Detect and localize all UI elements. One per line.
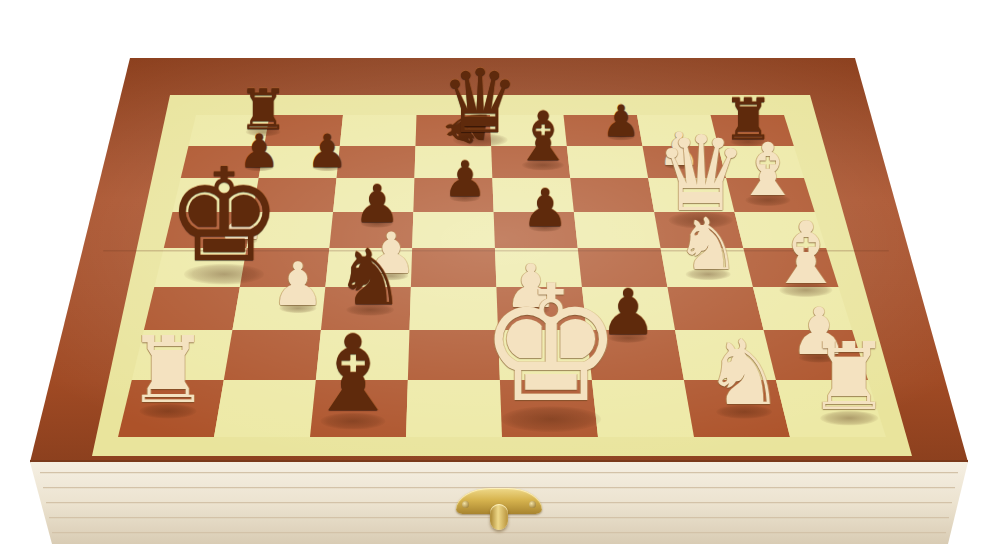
piece-dark-pawn-d6[interactable]: ♟: [443, 155, 487, 204]
side-wood-grain: [40, 472, 958, 473]
clasp-screw-right: [529, 501, 536, 508]
piece-light-rook-h1[interactable]: ♜: [807, 331, 890, 424]
piece-dark-knight-c3[interactable]: ♞: [335, 239, 404, 316]
piece-dark-pawn-f8[interactable]: ♟: [602, 100, 641, 143]
piece-dark-queen-d8[interactable]: ♛: [441, 58, 520, 146]
piece-dark-king-a4[interactable]: ♚: [166, 151, 282, 280]
piece-light-knight-g1[interactable]: ♞: [704, 328, 785, 418]
clasp-knob: [490, 504, 508, 530]
piece-dark-bishop-e7[interactable]: ♝: [513, 103, 574, 171]
chess-set-photo: ♞♜♟♛♜♝♟♟♟♟♝♛♟♟♟♚♞♟♝♟♞♟♟♟♜♞♜♚♝: [0, 0, 1000, 552]
clasp-screw-left: [462, 501, 469, 508]
piece-dark-pawn-e5[interactable]: ♟: [522, 182, 569, 234]
piece-dark-pawn-b7[interactable]: ♟: [306, 128, 347, 174]
piece-light-knight-g4[interactable]: ♞: [676, 208, 741, 280]
piece-light-rook-a1[interactable]: ♜: [127, 325, 209, 417]
piece-light-king-e1[interactable]: ♚: [479, 264, 623, 425]
piece-dark-bishop-c1[interactable]: ♝: [306, 322, 400, 427]
piece-light-pawn-b3[interactable]: ♟: [271, 254, 325, 314]
clasp: [456, 488, 542, 534]
piece-light-bishop-h4[interactable]: ♝: [767, 210, 844, 296]
